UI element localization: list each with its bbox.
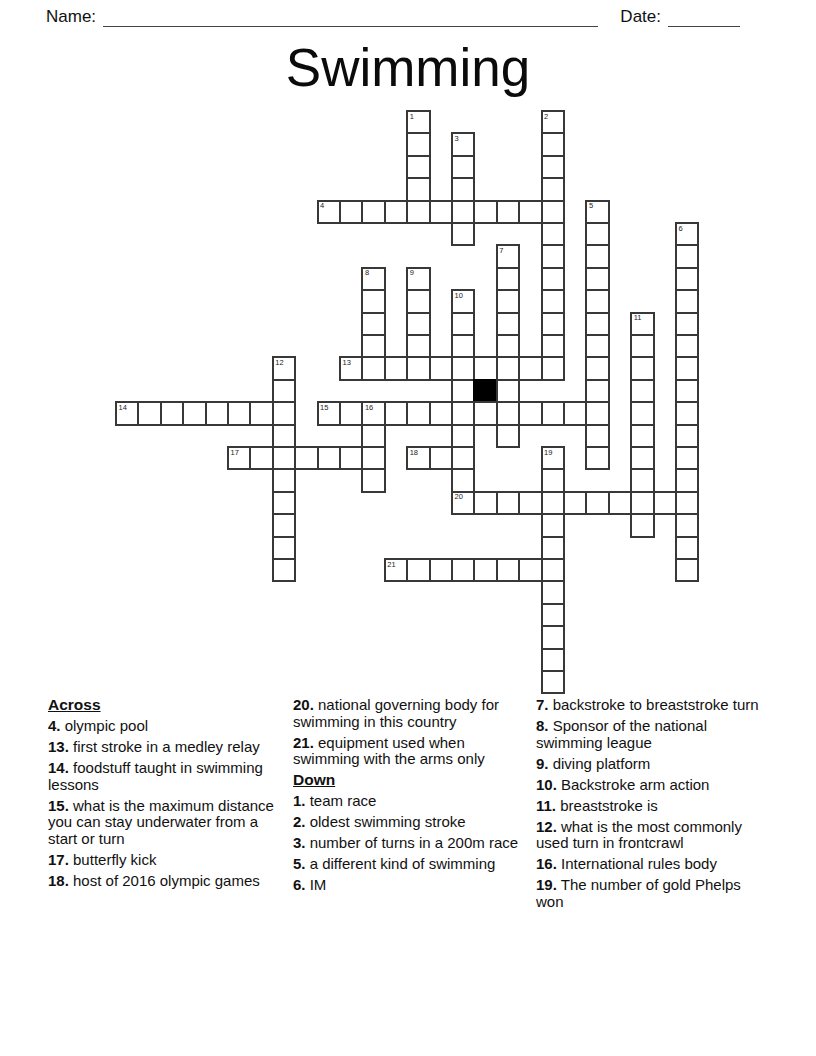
grid-cell[interactable] [361, 312, 385, 336]
grid-cell[interactable] [406, 289, 430, 313]
grid-cell[interactable] [630, 491, 654, 515]
grid-cell[interactable] [585, 244, 609, 268]
grid-cell[interactable] [361, 356, 385, 380]
grid-cell[interactable] [451, 558, 475, 582]
clue-down-11: 11. breaststroke is [536, 798, 772, 815]
clue-number: 2 [544, 113, 548, 121]
clues-column-1: Across4. olympic pool13. first stroke in… [48, 697, 277, 915]
grid-cell[interactable] [675, 401, 699, 425]
grid-cell[interactable] [541, 155, 565, 179]
grid-cell[interactable] [541, 625, 565, 649]
grid-cell[interactable] [630, 468, 654, 492]
grid-cell[interactable] [496, 200, 520, 224]
worksheet-page: Name: Date: Swimming 1234567891011121314… [0, 0, 816, 1056]
grid-cell[interactable] [496, 379, 520, 403]
clue-number: 8 [365, 269, 369, 277]
grid-cell[interactable] [518, 558, 542, 582]
grid-cell[interactable] [518, 200, 542, 224]
clue-down-1: 1. team race [293, 793, 520, 810]
grid-cell[interactable] [563, 401, 587, 425]
clue-number: 21 [387, 561, 395, 569]
clue-down-5: 5. a different kind of swimming [293, 856, 520, 873]
clue-number: 9 [410, 269, 414, 277]
clue-number: 13 [343, 359, 351, 367]
date-input-line[interactable] [668, 7, 740, 27]
grid-cell[interactable] [585, 222, 609, 246]
name-input-line[interactable] [103, 7, 598, 27]
grid-cell[interactable] [384, 356, 408, 380]
grid-cell[interactable] [496, 312, 520, 336]
grid-cell[interactable]: 20 [451, 491, 475, 515]
grid-cell[interactable]: 3 [451, 132, 475, 156]
grid-cell[interactable] [451, 312, 475, 336]
grid-cell[interactable] [675, 267, 699, 291]
grid-cell[interactable] [630, 424, 654, 448]
grid-cell[interactable] [541, 648, 565, 672]
worksheet-header: Name: Date: [46, 7, 740, 27]
clue-number: 17 [231, 449, 239, 457]
grid-cell[interactable] [541, 132, 565, 156]
clue-section: Across4. olympic pool13. first stroke in… [48, 697, 776, 915]
grid-cell[interactable] [496, 356, 520, 380]
grid-cell[interactable] [541, 670, 565, 694]
grid-cell[interactable] [630, 356, 654, 380]
grid-cell[interactable] [272, 446, 296, 470]
clue-down-16: 16. International rules body [536, 856, 772, 873]
grid-cell[interactable]: 18 [406, 446, 430, 470]
clue-down-8: 8. Sponsor of the national swimming leag… [536, 718, 772, 751]
grid-cell[interactable] [451, 334, 475, 358]
grid-cell[interactable]: 12 [272, 356, 296, 380]
grid-cell[interactable] [205, 401, 229, 425]
grid-cell[interactable] [361, 468, 385, 492]
grid-cell[interactable] [675, 334, 699, 358]
grid-cell[interactable] [473, 401, 497, 425]
grid-cell[interactable] [451, 222, 475, 246]
grid-cell[interactable] [541, 289, 565, 313]
grid-cell[interactable] [249, 401, 273, 425]
grid-cell[interactable] [429, 356, 453, 380]
page-title: Swimming [0, 37, 816, 98]
grid-cell[interactable] [451, 424, 475, 448]
grid-cell[interactable] [541, 468, 565, 492]
grid-cell[interactable] [473, 558, 497, 582]
grid-cell[interactable] [361, 334, 385, 358]
grid-cell[interactable] [473, 356, 497, 380]
grid-cell[interactable] [585, 312, 609, 336]
clue-across-20: 20. national governing body for swimming… [293, 697, 520, 730]
grid-cell[interactable] [563, 491, 587, 515]
grid-cell[interactable] [137, 401, 161, 425]
grid-cell[interactable] [541, 177, 565, 201]
grid-cell[interactable] [518, 491, 542, 515]
grid-cell[interactable] [675, 536, 699, 560]
grid-cell[interactable] [317, 446, 341, 470]
grid-cell[interactable] [406, 334, 430, 358]
grid-cell[interactable] [451, 356, 475, 380]
grid-cell[interactable] [541, 334, 565, 358]
grid-cell[interactable] [496, 558, 520, 582]
grid-cell[interactable] [653, 491, 677, 515]
grid-cell[interactable] [451, 401, 475, 425]
grid-cell[interactable] [227, 401, 251, 425]
clue-across-13: 13. first stroke in a medley relay [48, 739, 277, 756]
clue-across-4: 4. olympic pool [48, 718, 277, 735]
grid-cell[interactable] [406, 401, 430, 425]
grid-cell[interactable]: 8 [361, 267, 385, 291]
grid-cell[interactable] [630, 446, 654, 470]
grid-cell[interactable] [541, 267, 565, 291]
grid-cell[interactable] [294, 446, 318, 470]
clue-down-19: 19. The number of gold Phelps won [536, 877, 772, 910]
across-heading: Across [48, 697, 277, 714]
grid-cell[interactable] [630, 513, 654, 537]
grid-cell[interactable] [675, 468, 699, 492]
grid-cell[interactable] [272, 424, 296, 448]
grid-cell[interactable]: 21 [384, 558, 408, 582]
grid-cell[interactable] [541, 513, 565, 537]
clues-column-2: 20. national governing body for swimming… [293, 697, 520, 915]
grid-cell[interactable] [541, 222, 565, 246]
grid-cell[interactable] [272, 513, 296, 537]
grid-cell[interactable] [451, 177, 475, 201]
grid-cell[interactable] [541, 580, 565, 604]
grid-cell[interactable]: 13 [339, 356, 363, 380]
grid-cell[interactable] [339, 401, 363, 425]
grid-cell[interactable]: 5 [585, 200, 609, 224]
grid-cell[interactable] [675, 424, 699, 448]
grid-cell[interactable] [585, 491, 609, 515]
grid-cell[interactable] [541, 312, 565, 336]
clue-number: 10 [455, 292, 463, 300]
grid-cell[interactable] [406, 132, 430, 156]
grid-cell[interactable] [585, 289, 609, 313]
grid-cell[interactable] [585, 267, 609, 291]
grid-cell[interactable]: 11 [630, 312, 654, 336]
grid-cell[interactable] [272, 536, 296, 560]
clue-down-12: 12. what is the most commonly used turn … [536, 819, 772, 852]
grid-cell[interactable] [496, 334, 520, 358]
grid-cell[interactable] [361, 446, 385, 470]
grid-cell[interactable] [630, 401, 654, 425]
clue-across-15: 15. what is the maximum distance you can… [48, 798, 277, 848]
grid-cell[interactable] [518, 356, 542, 380]
clue-number: 1 [410, 113, 414, 121]
grid-cell[interactable] [182, 401, 206, 425]
grid-cell[interactable] [406, 177, 430, 201]
clue-down-7: 7. backstroke to breaststroke turn [536, 697, 772, 714]
grid-cell[interactable] [541, 200, 565, 224]
name-label: Name: [46, 7, 96, 27]
grid-cell[interactable] [496, 289, 520, 313]
grid-cell[interactable] [630, 379, 654, 403]
grid-cell[interactable] [361, 200, 385, 224]
grid-cell[interactable] [541, 401, 565, 425]
grid-cell[interactable] [585, 401, 609, 425]
grid-cell[interactable] [406, 155, 430, 179]
grid-cell[interactable] [608, 491, 632, 515]
clue-number: 20 [455, 493, 463, 501]
grid-cell[interactable]: 19 [541, 446, 565, 470]
grid-cell[interactable] [272, 379, 296, 403]
grid-cell[interactable] [429, 558, 453, 582]
grid-cell[interactable] [339, 446, 363, 470]
grid-cell[interactable] [451, 446, 475, 470]
grid-cell[interactable] [272, 558, 296, 582]
grid-cell[interactable] [406, 558, 430, 582]
black-cell [473, 379, 497, 403]
grid-cell[interactable]: 15 [317, 401, 341, 425]
grid-cell[interactable]: 14 [115, 401, 139, 425]
date-label: Date: [620, 7, 661, 27]
clue-number: 19 [544, 449, 552, 457]
grid-cell[interactable] [406, 200, 430, 224]
grid-cell[interactable] [451, 155, 475, 179]
grid-cell[interactable] [585, 334, 609, 358]
grid-cell[interactable]: 2 [541, 110, 565, 134]
grid-cell[interactable] [473, 491, 497, 515]
grid-cell[interactable] [541, 536, 565, 560]
grid-cell[interactable] [675, 244, 699, 268]
clue-number: 12 [275, 359, 283, 367]
grid-cell[interactable] [496, 491, 520, 515]
grid-cell[interactable]: 9 [406, 267, 430, 291]
clue-down-2: 2. oldest swimming stroke [293, 814, 520, 831]
grid-cell[interactable] [429, 200, 453, 224]
clue-down-9: 9. diving platform [536, 756, 772, 773]
grid-cell[interactable] [473, 200, 497, 224]
grid-cell[interactable] [272, 491, 296, 515]
clue-down-10: 10. Backstroke arm action [536, 777, 772, 794]
clue-number: 4 [320, 202, 324, 210]
grid-cell[interactable] [541, 244, 565, 268]
grid-cell[interactable]: 10 [451, 289, 475, 313]
grid-cell[interactable] [272, 401, 296, 425]
grid-cell[interactable] [541, 603, 565, 627]
grid-cell[interactable] [675, 558, 699, 582]
grid-cell[interactable] [160, 401, 184, 425]
grid-cell[interactable] [406, 356, 430, 380]
clue-across-14: 14. foodstuff taught in swimming lessons [48, 760, 277, 793]
clue-across-17: 17. butterfly kick [48, 852, 277, 869]
grid-cell[interactable] [675, 312, 699, 336]
clue-number: 6 [679, 225, 683, 233]
grid-cell[interactable] [541, 558, 565, 582]
grid-cell[interactable] [451, 379, 475, 403]
grid-cell[interactable] [630, 334, 654, 358]
clue-across-21: 21. equipment used when swimming with th… [293, 735, 520, 768]
clue-number: 3 [455, 135, 459, 143]
grid-cell[interactable] [429, 446, 453, 470]
clue-number: 5 [589, 202, 593, 210]
clue-down-6: 6. IM [293, 877, 520, 894]
grid-cell[interactable] [585, 446, 609, 470]
crossword-grid: 123456789101112131415161718192021 [115, 110, 700, 695]
grid-cell[interactable] [496, 267, 520, 291]
down-heading: Down [293, 772, 520, 789]
grid-cell[interactable]: 1 [406, 110, 430, 134]
grid-cell[interactable]: 4 [317, 200, 341, 224]
clue-number: 11 [634, 314, 642, 322]
clue-across-18: 18. host of 2016 olympic games [48, 873, 277, 890]
grid-cell[interactable] [406, 312, 430, 336]
grid-cell[interactable]: 16 [361, 401, 385, 425]
grid-cell[interactable] [429, 401, 453, 425]
clue-number: 18 [410, 449, 418, 457]
grid-cell[interactable] [384, 200, 408, 224]
grid-cell[interactable] [585, 424, 609, 448]
grid-cell[interactable] [384, 401, 408, 425]
grid-cell[interactable] [675, 491, 699, 515]
grid-cell[interactable] [675, 289, 699, 313]
clue-number: 14 [119, 404, 127, 412]
grid-cell[interactable] [361, 424, 385, 448]
grid-cell[interactable] [496, 424, 520, 448]
grid-cell[interactable] [675, 379, 699, 403]
grid-cell[interactable] [675, 446, 699, 470]
clue-number: 15 [320, 404, 328, 412]
clues-column-3: 7. backstroke to breaststroke turn8. Spo… [536, 697, 772, 915]
grid-cell[interactable] [249, 446, 273, 470]
grid-cell[interactable] [451, 200, 475, 224]
grid-cell[interactable] [541, 356, 565, 380]
grid-cell[interactable] [675, 356, 699, 380]
grid-cell[interactable] [339, 200, 363, 224]
grid-cell[interactable] [675, 513, 699, 537]
grid-cell[interactable] [272, 468, 296, 492]
grid-cell[interactable]: 7 [496, 244, 520, 268]
grid-cell[interactable] [541, 491, 565, 515]
grid-cell[interactable]: 6 [675, 222, 699, 246]
grid-cell[interactable] [451, 468, 475, 492]
grid-cell[interactable] [585, 379, 609, 403]
clue-number: 7 [499, 247, 503, 255]
grid-cell[interactable] [496, 401, 520, 425]
grid-cell[interactable] [585, 356, 609, 380]
grid-cell[interactable] [361, 289, 385, 313]
clue-down-3: 3. number of turns in a 200m race [293, 835, 520, 852]
clue-number: 16 [365, 404, 373, 412]
grid-cell[interactable] [518, 401, 542, 425]
grid-cell[interactable]: 17 [227, 446, 251, 470]
